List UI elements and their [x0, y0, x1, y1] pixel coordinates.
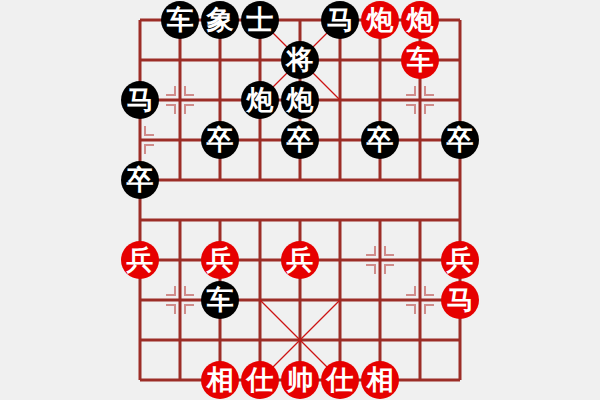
intersection-4-2[interactable]: 炮 — [280, 80, 320, 120]
intersection-7-4[interactable] — [400, 160, 440, 200]
piece-black-king[interactable]: 将 — [281, 41, 319, 79]
intersection-7-7[interactable] — [400, 280, 440, 320]
xiangqi-board: 车象士马炮炮将车马炮炮卒卒卒卒卒兵兵兵兵车马相仕帅仕相 — [120, 0, 480, 400]
intersection-8-3[interactable]: 卒 — [440, 120, 480, 160]
intersection-4-8[interactable] — [280, 320, 320, 360]
intersection-4-6[interactable]: 兵 — [280, 240, 320, 280]
intersection-8-8[interactable] — [440, 320, 480, 360]
intersection-0-1[interactable] — [120, 40, 160, 80]
piece-black-cannon[interactable]: 炮 — [241, 81, 279, 119]
intersection-4-9[interactable]: 帅 — [280, 360, 320, 400]
intersection-5-4[interactable] — [320, 160, 360, 200]
intersection-0-7[interactable] — [120, 280, 160, 320]
intersection-2-1[interactable] — [200, 40, 240, 80]
intersection-5-0[interactable]: 马 — [320, 0, 360, 40]
intersection-7-3[interactable] — [400, 120, 440, 160]
intersection-4-0[interactable] — [280, 0, 320, 40]
intersection-3-2[interactable]: 炮 — [240, 80, 280, 120]
intersection-0-4[interactable]: 卒 — [120, 160, 160, 200]
intersection-8-7[interactable]: 马 — [440, 280, 480, 320]
piece-black-elephant[interactable]: 象 — [201, 1, 239, 39]
piece-black-advisor[interactable]: 士 — [241, 1, 279, 39]
piece-red-pawn[interactable]: 兵 — [121, 241, 159, 279]
intersection-5-7[interactable] — [320, 280, 360, 320]
piece-red-elephant[interactable]: 相 — [361, 361, 399, 399]
intersection-7-2[interactable] — [400, 80, 440, 120]
piece-red-cannon[interactable]: 炮 — [361, 1, 399, 39]
piece-black-pawn[interactable]: 卒 — [201, 121, 239, 159]
intersection-1-9[interactable] — [160, 360, 200, 400]
intersection-2-6[interactable]: 兵 — [200, 240, 240, 280]
intersection-6-6[interactable] — [360, 240, 400, 280]
intersection-6-9[interactable]: 相 — [360, 360, 400, 400]
intersection-0-0[interactable] — [120, 0, 160, 40]
piece-red-king[interactable]: 帅 — [281, 361, 319, 399]
intersection-8-6[interactable]: 兵 — [440, 240, 480, 280]
intersection-1-7[interactable] — [160, 280, 200, 320]
intersection-4-7[interactable] — [280, 280, 320, 320]
intersection-3-6[interactable] — [240, 240, 280, 280]
intersection-3-1[interactable] — [240, 40, 280, 80]
piece-red-advisor[interactable]: 仕 — [241, 361, 279, 399]
intersection-4-5[interactable] — [280, 200, 320, 240]
xiangqi-app: 车象士马炮炮将车马炮炮卒卒卒卒卒兵兵兵兵车马相仕帅仕相 — [0, 0, 600, 400]
piece-black-chariot[interactable]: 车 — [201, 281, 239, 319]
piece-red-pawn[interactable]: 兵 — [281, 241, 319, 279]
piece-black-pawn[interactable]: 卒 — [121, 161, 159, 199]
intersection-7-5[interactable] — [400, 200, 440, 240]
intersection-0-9[interactable] — [120, 360, 160, 400]
intersection-3-4[interactable] — [240, 160, 280, 200]
intersection-6-1[interactable] — [360, 40, 400, 80]
intersection-5-3[interactable] — [320, 120, 360, 160]
intersection-2-2[interactable] — [200, 80, 240, 120]
intersection-5-9[interactable]: 仕 — [320, 360, 360, 400]
intersection-8-1[interactable] — [440, 40, 480, 80]
intersection-8-2[interactable] — [440, 80, 480, 120]
intersection-7-1[interactable]: 车 — [400, 40, 440, 80]
intersection-1-8[interactable] — [160, 320, 200, 360]
piece-red-horse[interactable]: 马 — [441, 281, 479, 319]
intersection-2-7[interactable]: 车 — [200, 280, 240, 320]
piece-red-cannon[interactable]: 炮 — [401, 1, 439, 39]
piece-black-pawn[interactable]: 卒 — [441, 121, 479, 159]
intersection-2-3[interactable]: 卒 — [200, 120, 240, 160]
intersection-0-6[interactable]: 兵 — [120, 240, 160, 280]
intersection-0-3[interactable] — [120, 120, 160, 160]
intersection-5-5[interactable] — [320, 200, 360, 240]
intersection-7-8[interactable] — [400, 320, 440, 360]
intersection-1-6[interactable] — [160, 240, 200, 280]
intersection-6-8[interactable] — [360, 320, 400, 360]
intersection-8-9[interactable] — [440, 360, 480, 400]
piece-red-elephant[interactable]: 相 — [201, 361, 239, 399]
intersection-6-2[interactable] — [360, 80, 400, 120]
piece-black-horse[interactable]: 马 — [121, 81, 159, 119]
intersection-3-7[interactable] — [240, 280, 280, 320]
intersection-7-6[interactable] — [400, 240, 440, 280]
intersection-3-9[interactable]: 仕 — [240, 360, 280, 400]
piece-red-chariot[interactable]: 车 — [401, 41, 439, 79]
intersection-0-2[interactable]: 马 — [120, 80, 160, 120]
intersection-2-8[interactable] — [200, 320, 240, 360]
intersection-2-5[interactable] — [200, 200, 240, 240]
intersection-6-3[interactable]: 卒 — [360, 120, 400, 160]
intersection-3-8[interactable] — [240, 320, 280, 360]
intersection-6-7[interactable] — [360, 280, 400, 320]
intersection-0-8[interactable] — [120, 320, 160, 360]
intersection-1-4[interactable] — [160, 160, 200, 200]
intersection-1-1[interactable] — [160, 40, 200, 80]
intersection-1-3[interactable] — [160, 120, 200, 160]
piece-black-cannon[interactable]: 炮 — [281, 81, 319, 119]
intersection-1-5[interactable] — [160, 200, 200, 240]
intersection-0-5[interactable] — [120, 200, 160, 240]
piece-red-pawn[interactable]: 兵 — [441, 241, 479, 279]
piece-black-horse[interactable]: 马 — [321, 1, 359, 39]
intersection-8-4[interactable] — [440, 160, 480, 200]
intersection-5-2[interactable] — [320, 80, 360, 120]
intersection-3-0[interactable]: 士 — [240, 0, 280, 40]
intersection-7-9[interactable] — [400, 360, 440, 400]
intersection-8-0[interactable] — [440, 0, 480, 40]
intersection-4-1[interactable]: 将 — [280, 40, 320, 80]
intersection-5-8[interactable] — [320, 320, 360, 360]
intersection-4-4[interactable] — [280, 160, 320, 200]
intersection-6-4[interactable] — [360, 160, 400, 200]
intersection-1-0[interactable]: 车 — [160, 0, 200, 40]
piece-black-pawn[interactable]: 卒 — [361, 121, 399, 159]
piece-black-chariot[interactable]: 车 — [161, 1, 199, 39]
intersection-5-1[interactable] — [320, 40, 360, 80]
intersection-4-3[interactable]: 卒 — [280, 120, 320, 160]
intersection-6-0[interactable]: 炮 — [360, 0, 400, 40]
intersection-6-5[interactable] — [360, 200, 400, 240]
intersection-1-2[interactable] — [160, 80, 200, 120]
piece-red-pawn[interactable]: 兵 — [201, 241, 239, 279]
intersection-5-6[interactable] — [320, 240, 360, 280]
intersection-2-0[interactable]: 象 — [200, 0, 240, 40]
intersection-2-9[interactable]: 相 — [200, 360, 240, 400]
intersection-3-3[interactable] — [240, 120, 280, 160]
piece-red-advisor[interactable]: 仕 — [321, 361, 359, 399]
piece-black-pawn[interactable]: 卒 — [281, 121, 319, 159]
intersection-2-4[interactable] — [200, 160, 240, 200]
intersection-7-0[interactable]: 炮 — [400, 0, 440, 40]
intersection-3-5[interactable] — [240, 200, 280, 240]
intersection-8-5[interactable] — [440, 200, 480, 240]
